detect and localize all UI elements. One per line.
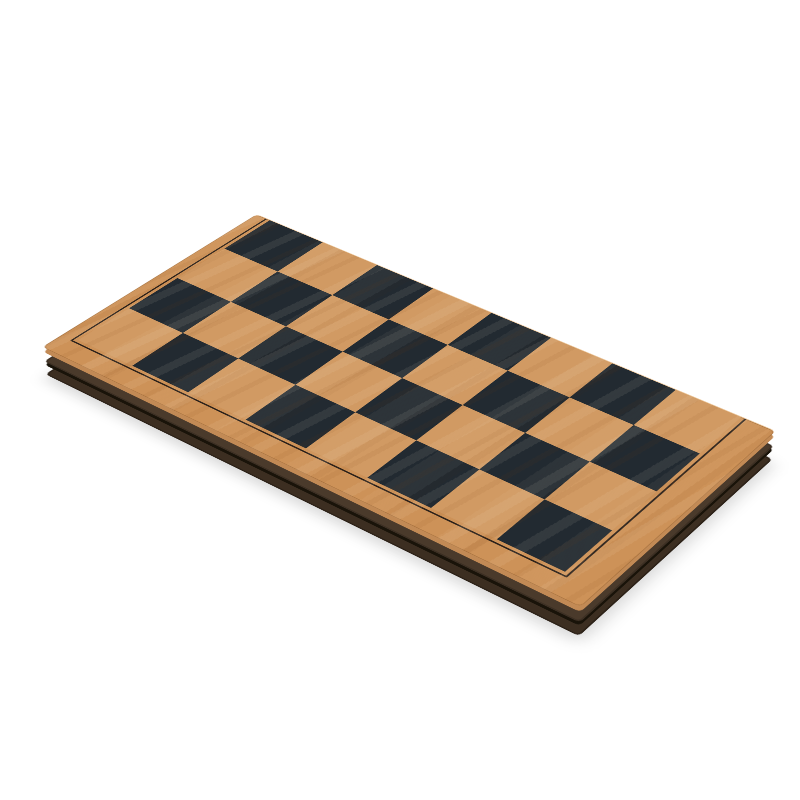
folding-chessboard <box>42 214 776 607</box>
product-photo-stage <box>0 0 800 800</box>
checkerboard <box>78 220 741 572</box>
